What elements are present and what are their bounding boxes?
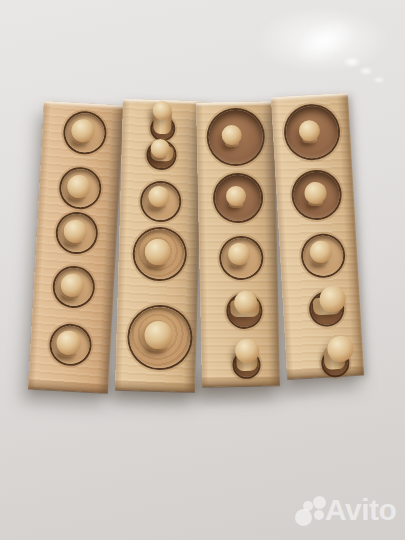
knob-b4-1 (298, 119, 320, 141)
photo: Avito (0, 0, 405, 540)
knob-b2-4 (144, 238, 171, 265)
avito-watermark: Avito (293, 492, 405, 540)
knob-b2-1 (152, 100, 172, 120)
knob-b1-4 (60, 273, 84, 297)
cylinder-block-4 (270, 93, 363, 379)
knob-b1-2 (66, 174, 90, 198)
avito-logo-dot-4 (314, 510, 324, 520)
light-reflection (287, 9, 363, 74)
cylinder-block-3 (196, 101, 280, 387)
avito-logo-dot-2 (295, 509, 312, 526)
knob-b3-4 (233, 290, 256, 313)
cylinder-block-1 (28, 101, 124, 393)
knob-b2-2 (150, 138, 170, 158)
knob-b2-3 (148, 185, 170, 207)
knob-b1-3 (63, 219, 87, 243)
cylinder-block-2 (115, 98, 203, 391)
knob-b1-1 (70, 118, 94, 142)
avito-wordmark: Avito (325, 493, 396, 527)
knob-b2-5 (144, 320, 173, 349)
